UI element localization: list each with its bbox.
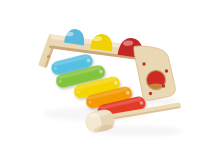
panel-peg (142, 62, 145, 65)
product-photo-toy-xylophone (0, 0, 218, 161)
toy-scene (0, 0, 218, 161)
panel-peg (149, 92, 152, 95)
leg-peg (47, 55, 50, 58)
panel-peg (165, 69, 168, 72)
panel-peg (162, 84, 165, 87)
